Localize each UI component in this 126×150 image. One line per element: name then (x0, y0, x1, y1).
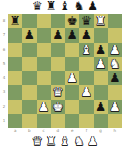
square-b4[interactable] (22, 71, 36, 85)
black-queen: ♛ (81, 14, 92, 28)
square-e7[interactable]: ♟ (65, 28, 79, 42)
tray-white-knight[interactable]: ♞ (73, 135, 84, 148)
square-h1[interactable] (108, 114, 122, 128)
white-knight: ♞ (73, 135, 84, 148)
square-g1[interactable] (94, 114, 108, 128)
square-c4[interactable] (37, 71, 51, 85)
square-b3[interactable] (22, 85, 36, 99)
black-pawn: ♟ (95, 100, 106, 114)
square-b2[interactable] (22, 100, 36, 114)
square-c3[interactable] (37, 85, 51, 99)
black-king: ♚ (67, 14, 78, 28)
square-e6[interactable] (65, 43, 79, 57)
black-pawn: ♟ (67, 28, 78, 42)
square-a5[interactable] (8, 57, 22, 71)
white-king: ♚ (52, 100, 63, 114)
chess-board: ♜♚♛♜♟♟♟♟♝♟♟♟♞♟♟♛♟♟♚♟♟ (8, 14, 122, 128)
rank-labels: 87654321 (0, 14, 8, 128)
square-a1[interactable] (8, 114, 22, 128)
square-g7[interactable] (94, 28, 108, 42)
square-f2[interactable] (79, 100, 93, 114)
square-e1[interactable] (65, 114, 79, 128)
square-h2[interactable]: ♟ (108, 100, 122, 114)
square-h4[interactable]: ♟ (108, 71, 122, 85)
square-h8[interactable] (108, 14, 122, 28)
square-h5[interactable]: ♞ (108, 57, 122, 71)
square-c7[interactable] (37, 28, 51, 42)
square-c2[interactable]: ♟ (37, 100, 51, 114)
square-a3[interactable] (8, 85, 22, 99)
tray-black-rook[interactable]: ♜ (46, 0, 57, 13)
square-b1[interactable] (22, 114, 36, 128)
square-c6[interactable] (37, 43, 51, 57)
white-rook: ♜ (95, 14, 106, 28)
square-a8[interactable]: ♜ (8, 14, 22, 28)
rank-label-2: 2 (0, 100, 8, 114)
square-d3[interactable]: ♛ (51, 85, 65, 99)
rank-label-6: 6 (0, 43, 8, 57)
square-a4[interactable] (8, 71, 22, 85)
square-d4[interactable] (51, 71, 65, 85)
black-rook: ♜ (10, 14, 21, 28)
white-piece-tray: ♛♜♝♞♟ (8, 134, 122, 149)
black-pawn: ♟ (81, 28, 92, 42)
rank-label-1: 1 (0, 114, 8, 128)
square-g4[interactable] (94, 71, 108, 85)
white-pawn: ♟ (67, 71, 78, 85)
white-pawn: ♟ (87, 135, 98, 148)
black-knight: ♞ (73, 0, 84, 13)
black-pawn: ♟ (24, 28, 35, 42)
black-pawn: ♟ (109, 71, 120, 85)
rank-label-5: 5 (0, 57, 8, 71)
square-e3[interactable] (65, 85, 79, 99)
white-queen: ♛ (52, 85, 63, 99)
square-f3[interactable]: ♟ (79, 85, 93, 99)
black-pawn: ♟ (87, 0, 98, 13)
chess-board-editor: ♛♜♝♞♟ 87654321 ♜♚♛♜♟♟♟♟♝♟♟♟♞♟♟♛♟♟♚♟♟ abc… (0, 0, 126, 150)
square-d7[interactable]: ♟ (51, 28, 65, 42)
square-g6[interactable]: ♟ (94, 43, 108, 57)
square-c5[interactable] (37, 57, 51, 71)
square-b7[interactable]: ♟ (22, 28, 36, 42)
square-e5[interactable] (65, 57, 79, 71)
square-d1[interactable] (51, 114, 65, 128)
tray-black-knight[interactable]: ♞ (73, 0, 84, 13)
square-b6[interactable] (22, 43, 36, 57)
square-f4[interactable] (79, 71, 93, 85)
white-pawn: ♟ (38, 100, 49, 114)
tray-white-bishop[interactable]: ♝ (60, 135, 71, 148)
square-c1[interactable] (37, 114, 51, 128)
white-bishop: ♝ (81, 43, 92, 57)
white-pawn: ♟ (81, 85, 92, 99)
square-b5[interactable] (22, 57, 36, 71)
black-rook: ♜ (46, 0, 57, 13)
tray-white-rook[interactable]: ♜ (46, 135, 57, 148)
rank-label-7: 7 (0, 28, 8, 42)
square-f5[interactable] (79, 57, 93, 71)
square-e4[interactable]: ♟ (65, 71, 79, 85)
tray-black-bishop[interactable]: ♝ (60, 0, 71, 13)
white-pawn: ♟ (109, 100, 120, 114)
square-g5[interactable]: ♟ (94, 57, 108, 71)
square-g8[interactable]: ♜ (94, 14, 108, 28)
black-bishop: ♝ (60, 0, 71, 13)
white-knight: ♞ (109, 57, 120, 71)
tray-black-pawn[interactable]: ♟ (87, 0, 98, 13)
square-b8[interactable] (22, 14, 36, 28)
square-f6[interactable]: ♝ (79, 43, 93, 57)
square-f8[interactable]: ♛ (79, 14, 93, 28)
rank-label-3: 3 (0, 85, 8, 99)
tray-black-queen[interactable]: ♛ (32, 0, 43, 13)
square-g2[interactable]: ♟ (94, 100, 108, 114)
square-h3[interactable] (108, 85, 122, 99)
square-e8[interactable]: ♚ (65, 14, 79, 28)
square-d8[interactable] (51, 14, 65, 28)
square-h7[interactable] (108, 28, 122, 42)
white-rook: ♜ (46, 135, 57, 148)
square-h6[interactable]: ♟ (108, 43, 122, 57)
tray-white-queen[interactable]: ♛ (32, 135, 43, 148)
tray-white-pawn[interactable]: ♟ (87, 135, 98, 148)
square-e2[interactable] (65, 100, 79, 114)
black-pawn: ♟ (52, 28, 63, 42)
square-d2[interactable]: ♚ (51, 100, 65, 114)
white-queen: ♛ (32, 135, 43, 148)
square-f7[interactable]: ♟ (79, 28, 93, 42)
white-pawn: ♟ (95, 57, 106, 71)
square-c8[interactable] (37, 14, 51, 28)
white-pawn: ♟ (109, 43, 120, 57)
black-queen: ♛ (32, 0, 43, 13)
rank-label-4: 4 (0, 71, 8, 85)
square-a2[interactable] (8, 100, 22, 114)
black-pawn: ♟ (95, 43, 106, 57)
white-bishop: ♝ (60, 135, 71, 148)
black-piece-tray: ♛♜♝♞♟ (8, 0, 122, 13)
square-d6[interactable] (51, 43, 65, 57)
square-f1[interactable] (79, 114, 93, 128)
square-d5[interactable] (51, 57, 65, 71)
square-g3[interactable] (94, 85, 108, 99)
rank-label-8: 8 (0, 14, 8, 28)
square-a6[interactable] (8, 43, 22, 57)
square-a7[interactable] (8, 28, 22, 42)
